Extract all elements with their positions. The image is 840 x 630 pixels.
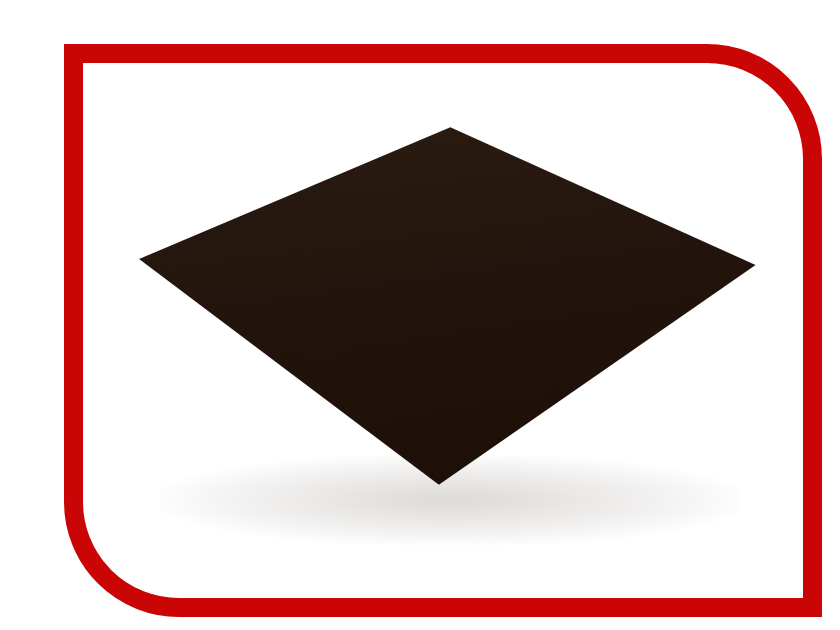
red-corner-frame: [64, 44, 822, 617]
product-photo-stage: [0, 0, 840, 630]
